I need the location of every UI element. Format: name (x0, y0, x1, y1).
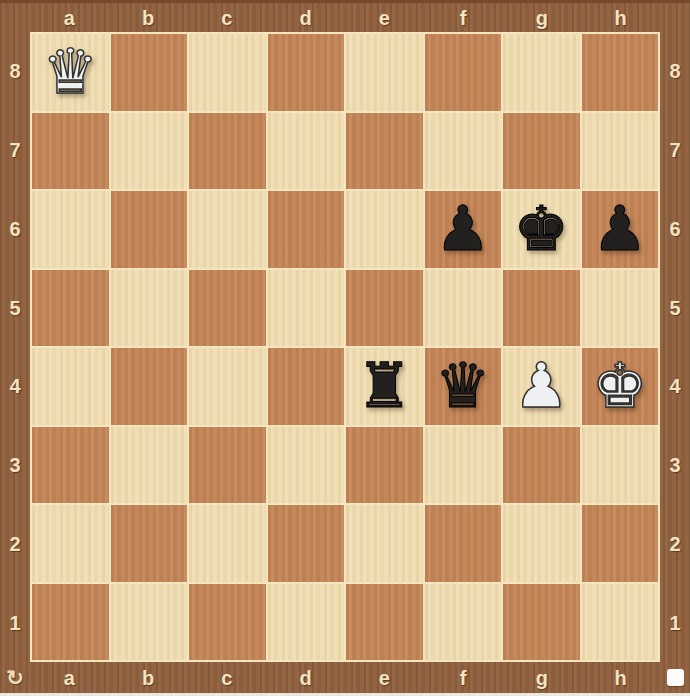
square-c2[interactable] (189, 505, 266, 582)
square-g1[interactable] (503, 584, 580, 661)
rank-label-2: 2 (660, 534, 690, 554)
square-f8[interactable] (425, 34, 502, 111)
file-labels-bottom: ↻ abcdefgh (0, 662, 690, 693)
file-label-e: e (345, 8, 424, 28)
square-b3[interactable] (111, 427, 188, 504)
square-h3[interactable] (582, 427, 659, 504)
flip-board-button[interactable]: ↻ (0, 662, 30, 693)
square-a3[interactable] (32, 427, 109, 504)
corner-square-button[interactable] (660, 662, 690, 693)
square-b8[interactable] (111, 34, 188, 111)
piece-black-pawn[interactable]: ♟ (435, 198, 491, 260)
square-g3[interactable] (503, 427, 580, 504)
square-h2[interactable] (582, 505, 659, 582)
chess-board-frame: abcdefgh 87654321 ♛♟♚♟♜♛♟♚ 87654321 ↻ ab… (0, 0, 690, 696)
file-labels-top: abcdefgh (0, 3, 690, 32)
square-a2[interactable] (32, 505, 109, 582)
square-h4[interactable]: ♚ (582, 348, 659, 425)
piece-black-rook[interactable]: ♜ (356, 355, 412, 417)
rank-label-3: 3 (660, 455, 690, 475)
rank-label-7: 7 (660, 140, 690, 160)
square-c3[interactable] (189, 427, 266, 504)
white-square-icon[interactable] (667, 669, 684, 686)
square-c6[interactable] (189, 191, 266, 268)
flip-board-icon[interactable]: ↻ (6, 667, 24, 688)
square-f1[interactable] (425, 584, 502, 661)
chess-widget: abcdefgh 87654321 ♛♟♚♟♜♛♟♚ 87654321 ↻ ab… (0, 0, 690, 696)
square-d6[interactable] (268, 191, 345, 268)
square-b1[interactable] (111, 584, 188, 661)
rank-label-4: 4 (660, 376, 690, 396)
file-label-a: a (30, 8, 109, 28)
file-label-d: d (266, 668, 345, 688)
square-b5[interactable] (111, 270, 188, 347)
chess-board: ♛♟♚♟♜♛♟♚ (30, 32, 660, 662)
file-label-h: h (581, 668, 660, 688)
square-g2[interactable] (503, 505, 580, 582)
square-h5[interactable] (582, 270, 659, 347)
top-right-corner (660, 3, 690, 32)
rank-label-1: 1 (660, 613, 690, 633)
square-d7[interactable] (268, 113, 345, 190)
square-f7[interactable] (425, 113, 502, 190)
rank-label-2: 2 (0, 534, 30, 554)
rank-label-3: 3 (0, 455, 30, 475)
square-c7[interactable] (189, 113, 266, 190)
file-label-f: f (424, 8, 503, 28)
square-e2[interactable] (346, 505, 423, 582)
square-h6[interactable]: ♟ (582, 191, 659, 268)
square-c4[interactable] (189, 348, 266, 425)
square-a6[interactable] (32, 191, 109, 268)
square-a5[interactable] (32, 270, 109, 347)
piece-black-king[interactable]: ♚ (513, 198, 569, 260)
square-d2[interactable] (268, 505, 345, 582)
square-e6[interactable] (346, 191, 423, 268)
square-g8[interactable] (503, 34, 580, 111)
file-label-f: f (424, 668, 503, 688)
square-e7[interactable] (346, 113, 423, 190)
rank-label-7: 7 (0, 140, 30, 160)
rank-label-8: 8 (660, 61, 690, 81)
square-d5[interactable] (268, 270, 345, 347)
file-label-b: b (109, 668, 188, 688)
rank-label-1: 1 (0, 613, 30, 633)
square-e5[interactable] (346, 270, 423, 347)
square-g7[interactable] (503, 113, 580, 190)
square-b4[interactable] (111, 348, 188, 425)
square-f4[interactable]: ♛ (425, 348, 502, 425)
square-f2[interactable] (425, 505, 502, 582)
piece-white-pawn[interactable]: ♟ (513, 355, 569, 417)
piece-white-queen[interactable]: ♛ (42, 41, 98, 103)
file-label-h: h (581, 8, 660, 28)
square-h7[interactable] (582, 113, 659, 190)
file-label-c: c (188, 8, 267, 28)
square-b7[interactable] (111, 113, 188, 190)
square-d8[interactable] (268, 34, 345, 111)
square-h8[interactable] (582, 34, 659, 111)
square-e8[interactable] (346, 34, 423, 111)
square-a7[interactable] (32, 113, 109, 190)
square-f6[interactable]: ♟ (425, 191, 502, 268)
square-d3[interactable] (268, 427, 345, 504)
square-g4[interactable]: ♟ (503, 348, 580, 425)
top-left-corner (0, 3, 30, 32)
square-c1[interactable] (189, 584, 266, 661)
square-c8[interactable] (189, 34, 266, 111)
file-label-a: a (30, 668, 109, 688)
square-d4[interactable] (268, 348, 345, 425)
rank-label-5: 5 (0, 298, 30, 318)
file-label-c: c (188, 668, 267, 688)
square-a4[interactable] (32, 348, 109, 425)
piece-black-pawn[interactable]: ♟ (592, 198, 648, 260)
file-label-e: e (345, 668, 424, 688)
square-d1[interactable] (268, 584, 345, 661)
square-e4[interactable]: ♜ (346, 348, 423, 425)
piece-white-king[interactable]: ♚ (592, 355, 648, 417)
square-b2[interactable] (111, 505, 188, 582)
rank-label-4: 4 (0, 376, 30, 396)
file-label-b: b (109, 8, 188, 28)
board-middle-band: 87654321 ♛♟♚♟♜♛♟♚ 87654321 (0, 32, 690, 662)
square-f5[interactable] (425, 270, 502, 347)
rank-label-6: 6 (660, 219, 690, 239)
square-c5[interactable] (189, 270, 266, 347)
square-h1[interactable] (582, 584, 659, 661)
file-label-d: d (266, 8, 345, 28)
rank-labels-left: 87654321 (0, 32, 30, 662)
square-a8[interactable]: ♛ (32, 34, 109, 111)
square-e3[interactable] (346, 427, 423, 504)
square-a1[interactable] (32, 584, 109, 661)
file-label-g: g (503, 8, 582, 28)
rank-label-6: 6 (0, 219, 30, 239)
square-b6[interactable] (111, 191, 188, 268)
file-label-g: g (503, 668, 582, 688)
square-f3[interactable] (425, 427, 502, 504)
square-g5[interactable] (503, 270, 580, 347)
piece-black-queen[interactable]: ♛ (435, 355, 491, 417)
square-g6[interactable]: ♚ (503, 191, 580, 268)
square-e1[interactable] (346, 584, 423, 661)
rank-label-8: 8 (0, 61, 30, 81)
rank-label-5: 5 (660, 298, 690, 318)
rank-labels-right: 87654321 (660, 32, 690, 662)
